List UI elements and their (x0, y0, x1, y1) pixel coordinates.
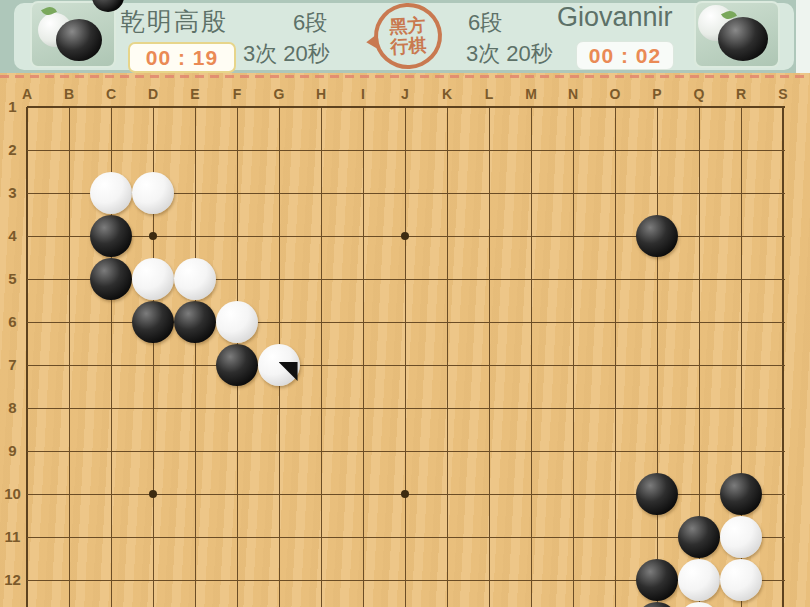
black-stone-F7 (216, 344, 258, 386)
grid-vline-N (573, 107, 574, 607)
grid-vline-B (69, 107, 70, 607)
white-stone-G7 (258, 344, 300, 386)
black-stone-Q11 (678, 516, 720, 558)
coord-number-9: 9 (0, 442, 25, 459)
grid-hline-8 (27, 408, 785, 409)
coord-letter-F: F (225, 86, 249, 102)
stamp-line1: 黑方 (389, 15, 426, 37)
coord-letter-B: B (57, 86, 81, 102)
black-player-clock: 00 : 19 (128, 42, 236, 73)
star-point-D10 (149, 490, 157, 498)
stamp-line2: 行棋 (390, 35, 427, 57)
white-player-rank: 6段 (468, 8, 502, 38)
coord-letter-R: R (729, 86, 753, 102)
coord-number-4: 4 (0, 227, 25, 244)
grid-vline-K (447, 107, 448, 607)
white-player-avatar[interactable] (694, 1, 780, 68)
coord-letter-C: C (99, 86, 123, 102)
black-stone-P12 (636, 559, 678, 601)
last-move-marker-icon (279, 362, 298, 381)
white-stone-Q13 (678, 602, 720, 607)
coord-letter-P: P (645, 86, 669, 102)
grid-vline-J (405, 107, 406, 607)
black-stone-P4 (636, 215, 678, 257)
grid-vline-I (363, 107, 364, 607)
avatar-black-stone-icon (718, 17, 768, 61)
black-stone-P13 (636, 602, 678, 607)
coord-letter-S: S (771, 86, 795, 102)
coord-number-5: 5 (0, 270, 25, 287)
white-player-byoyomi: 3次 20秒 (466, 39, 553, 69)
black-stone-E6 (174, 301, 216, 343)
header-edge (796, 0, 810, 73)
white-stone-D5 (132, 258, 174, 300)
coord-letter-N: N (561, 86, 585, 102)
coord-number-12: 12 (0, 571, 25, 588)
coord-letter-G: G (267, 86, 291, 102)
star-point-J4 (401, 232, 409, 240)
grid-vline-P (657, 107, 658, 607)
coord-letter-L: L (477, 86, 501, 102)
coord-number-1: 1 (0, 98, 25, 115)
go-board[interactable]: ABCDEFGHIJKLMNOPQRS12345678910111213 (0, 73, 810, 607)
black-stone-C5 (90, 258, 132, 300)
white-stone-F6 (216, 301, 258, 343)
avatar-black-stone-icon (56, 19, 102, 61)
black-stone-D6 (132, 301, 174, 343)
coord-number-10: 10 (0, 485, 25, 502)
grid-vline-H (321, 107, 322, 607)
coord-number-2: 2 (0, 141, 25, 158)
coord-letter-Q: Q (687, 86, 711, 102)
white-player-clock: 00 : 02 (576, 41, 674, 70)
coord-letter-O: O (603, 86, 627, 102)
star-point-D4 (149, 232, 157, 240)
coord-letter-E: E (183, 86, 207, 102)
black-player-byoyomi: 3次 20秒 (243, 39, 330, 69)
grid-vline-S (782, 107, 784, 607)
grid-hline-1 (27, 106, 785, 108)
stamp-pointer-icon (366, 34, 379, 51)
coord-letter-H: H (309, 86, 333, 102)
coord-letter-M: M (519, 86, 543, 102)
grid-vline-A (26, 107, 28, 607)
black-stone-R10 (720, 473, 762, 515)
star-point-J10 (401, 490, 409, 498)
grid-vline-E (195, 107, 196, 607)
grid-hline-11 (27, 537, 785, 538)
coord-number-7: 7 (0, 356, 25, 373)
white-stone-C3 (90, 172, 132, 214)
coord-number-6: 6 (0, 313, 25, 330)
grid-vline-L (489, 107, 490, 607)
grid-vline-M (531, 107, 532, 607)
coord-letter-K: K (435, 86, 459, 102)
coord-letter-D: D (141, 86, 165, 102)
game-header: 乾明高殷 00 : 19 6段 3次 20秒 黑方 行棋 6段 3次 20秒 G… (0, 0, 810, 73)
black-player-rank: 6段 (293, 8, 327, 38)
coord-number-3: 3 (0, 184, 25, 201)
grid-hline-9 (27, 451, 785, 452)
coord-letter-I: I (351, 86, 375, 102)
white-stone-E5 (174, 258, 216, 300)
go-app-screen: 乾明高殷 00 : 19 6段 3次 20秒 黑方 行棋 6段 3次 20秒 G… (0, 0, 810, 607)
black-stone-C4 (90, 215, 132, 257)
black-player-name: 乾明高殷 (120, 5, 228, 38)
white-stone-R11 (720, 516, 762, 558)
grid-vline-O (615, 107, 616, 607)
black-stone-P10 (636, 473, 678, 515)
white-stone-Q12 (678, 559, 720, 601)
grid-hline-2 (27, 150, 785, 151)
white-player-name: Giovannir (557, 2, 673, 33)
coord-number-8: 8 (0, 399, 25, 416)
grid-hline-7 (27, 365, 785, 366)
white-stone-R12 (720, 559, 762, 601)
coord-letter-J: J (393, 86, 417, 102)
white-stone-D3 (132, 172, 174, 214)
coord-number-11: 11 (0, 528, 25, 545)
board-top-dashed-line (0, 75, 810, 78)
